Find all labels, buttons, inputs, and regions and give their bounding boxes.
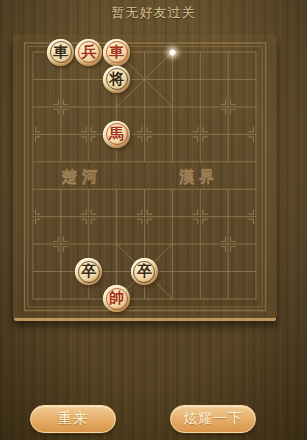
piece-red-soldier[interactable]: 兵 bbox=[75, 39, 102, 66]
piece-black-soldier[interactable]: 卒 bbox=[131, 258, 158, 285]
pieces-layer: 車兵車将馬卒卒帥 bbox=[19, 38, 270, 312]
piece-character: 卒 bbox=[131, 258, 158, 285]
piece-character: 将 bbox=[103, 66, 130, 93]
piece-character: 卒 bbox=[75, 258, 102, 285]
xiangqi-board[interactable]: 楚河 漢界 車兵車将馬卒卒帥 bbox=[13, 35, 277, 318]
app-screen: 暂无好友过关 楚河 漢界 車兵車将馬卒卒帥 重来 炫耀一下 bbox=[0, 0, 307, 440]
show-off-button[interactable]: 炫耀一下 bbox=[170, 405, 256, 433]
piece-character: 車 bbox=[47, 39, 74, 66]
restart-button[interactable]: 重来 bbox=[30, 405, 116, 433]
piece-character: 兵 bbox=[75, 39, 102, 66]
piece-black-soldier[interactable]: 卒 bbox=[75, 258, 102, 285]
piece-red-horse[interactable]: 馬 bbox=[103, 121, 130, 148]
piece-character: 帥 bbox=[103, 285, 130, 312]
piece-character: 車 bbox=[103, 39, 130, 66]
piece-character: 馬 bbox=[103, 121, 130, 148]
piece-red-general[interactable]: 帥 bbox=[103, 285, 130, 312]
piece-black-chariot[interactable]: 車 bbox=[47, 39, 74, 66]
piece-black-general[interactable]: 将 bbox=[103, 66, 130, 93]
last-move-marker bbox=[169, 49, 176, 56]
page-title: 暂无好友过关 bbox=[0, 4, 307, 22]
piece-red-chariot[interactable]: 車 bbox=[103, 39, 130, 66]
